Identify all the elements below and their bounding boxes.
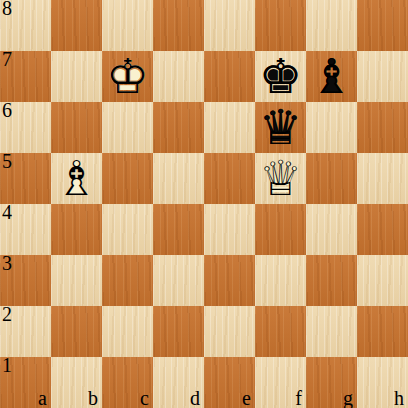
square-e3[interactable]	[204, 255, 255, 306]
square-c6[interactable]	[102, 102, 153, 153]
square-a2[interactable]: 2	[0, 306, 51, 357]
square-e8[interactable]	[204, 0, 255, 51]
square-e2[interactable]	[204, 306, 255, 357]
square-a5[interactable]: 5	[0, 153, 51, 204]
black-queen[interactable]: ♛♕	[255, 102, 306, 153]
square-g6[interactable]	[306, 102, 357, 153]
file-label-d: d	[190, 387, 200, 408]
square-g8[interactable]	[306, 0, 357, 51]
square-a3[interactable]: 3	[0, 255, 51, 306]
rank-label-8: 8	[2, 0, 12, 19]
square-e4[interactable]	[204, 204, 255, 255]
square-h4[interactable]	[357, 204, 408, 255]
file-label-c: c	[140, 387, 149, 408]
white-bishop[interactable]: ♝♗	[51, 153, 102, 204]
file-label-f: f	[295, 387, 302, 408]
square-a7[interactable]: 7	[0, 51, 51, 102]
square-d7[interactable]	[153, 51, 204, 102]
square-a6[interactable]: 6	[0, 102, 51, 153]
square-d5[interactable]	[153, 153, 204, 204]
square-a1[interactable]: 1a	[0, 357, 51, 408]
square-c7[interactable]: ♚♔	[102, 51, 153, 102]
white-queen-outline-glyph: ♕	[255, 153, 306, 204]
square-c5[interactable]	[102, 153, 153, 204]
square-b7[interactable]	[51, 51, 102, 102]
file-label-e: e	[242, 387, 251, 408]
square-g4[interactable]	[306, 204, 357, 255]
square-b6[interactable]	[51, 102, 102, 153]
square-h1[interactable]: h	[357, 357, 408, 408]
rank-label-5: 5	[2, 150, 12, 172]
square-b3[interactable]	[51, 255, 102, 306]
square-e7[interactable]	[204, 51, 255, 102]
square-f7[interactable]: ♚♔	[255, 51, 306, 102]
square-e1[interactable]: e	[204, 357, 255, 408]
square-g7[interactable]: ♝♗	[306, 51, 357, 102]
square-d1[interactable]: d	[153, 357, 204, 408]
square-g2[interactable]	[306, 306, 357, 357]
rank-label-1: 1	[2, 354, 12, 376]
rank-label-4: 4	[2, 201, 12, 223]
file-label-a: a	[38, 387, 47, 408]
black-bishop[interactable]: ♝♗	[306, 51, 357, 102]
chess-board-container: 87♚♔♚♔♝♗6♛♕5♝♗♛♕4321abcdefgh	[0, 0, 408, 408]
black-king[interactable]: ♚♔	[255, 51, 306, 102]
square-f3[interactable]	[255, 255, 306, 306]
file-label-b: b	[88, 387, 98, 408]
rank-label-2: 2	[2, 303, 12, 325]
square-d2[interactable]	[153, 306, 204, 357]
square-h7[interactable]	[357, 51, 408, 102]
square-b4[interactable]	[51, 204, 102, 255]
square-f8[interactable]	[255, 0, 306, 51]
rank-label-7: 7	[2, 48, 12, 70]
square-h3[interactable]	[357, 255, 408, 306]
black-queen-outline-glyph: ♕	[255, 102, 306, 153]
file-label-h: h	[394, 387, 404, 408]
white-king[interactable]: ♚♔	[102, 51, 153, 102]
square-h5[interactable]	[357, 153, 408, 204]
square-d8[interactable]	[153, 0, 204, 51]
rank-label-3: 3	[2, 252, 12, 274]
square-g1[interactable]: g	[306, 357, 357, 408]
square-c1[interactable]: c	[102, 357, 153, 408]
file-label-g: g	[343, 387, 353, 408]
square-d6[interactable]	[153, 102, 204, 153]
square-a4[interactable]: 4	[0, 204, 51, 255]
white-queen[interactable]: ♛♕	[255, 153, 306, 204]
square-g5[interactable]	[306, 153, 357, 204]
square-a8[interactable]: 8	[0, 0, 51, 51]
square-d4[interactable]	[153, 204, 204, 255]
white-king-outline-glyph: ♔	[102, 51, 153, 102]
square-e6[interactable]	[204, 102, 255, 153]
square-c2[interactable]	[102, 306, 153, 357]
square-e5[interactable]	[204, 153, 255, 204]
black-king-outline-glyph: ♔	[255, 51, 306, 102]
square-b8[interactable]	[51, 0, 102, 51]
square-h8[interactable]	[357, 0, 408, 51]
square-f2[interactable]	[255, 306, 306, 357]
square-c8[interactable]	[102, 0, 153, 51]
square-f6[interactable]: ♛♕	[255, 102, 306, 153]
square-h6[interactable]	[357, 102, 408, 153]
square-f1[interactable]: f	[255, 357, 306, 408]
rank-label-6: 6	[2, 99, 12, 121]
square-c3[interactable]	[102, 255, 153, 306]
white-bishop-outline-glyph: ♗	[51, 153, 102, 204]
square-f5[interactable]: ♛♕	[255, 153, 306, 204]
square-f4[interactable]	[255, 204, 306, 255]
square-b1[interactable]: b	[51, 357, 102, 408]
square-h2[interactable]	[357, 306, 408, 357]
square-g3[interactable]	[306, 255, 357, 306]
square-d3[interactable]	[153, 255, 204, 306]
square-b2[interactable]	[51, 306, 102, 357]
chess-board: 87♚♔♚♔♝♗6♛♕5♝♗♛♕4321abcdefgh	[0, 0, 408, 408]
square-c4[interactable]	[102, 204, 153, 255]
black-bishop-outline-glyph: ♗	[306, 51, 357, 102]
square-b5[interactable]: ♝♗	[51, 153, 102, 204]
